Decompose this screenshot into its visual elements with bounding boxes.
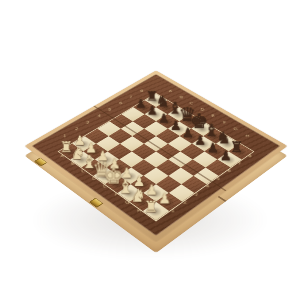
- coordinate-label: 4: [94, 112, 103, 121]
- coordinate-label: E: [205, 113, 220, 118]
- coordinate-label: D: [195, 107, 210, 112]
- coordinate-label: C: [184, 101, 199, 106]
- coordinate-label: H: [239, 133, 255, 139]
- coordinate-label: 8: [137, 87, 145, 95]
- square-b3: [96, 136, 120, 151]
- black-bishop: ♝: [203, 129, 227, 144]
- coordinate-label: 1: [60, 131, 70, 141]
- piece-glyph: ♟: [74, 134, 86, 147]
- coordinate-label: 3: [83, 118, 93, 127]
- piece-glyph: ♜: [230, 140, 243, 155]
- coordinate-label: 6: [116, 99, 125, 108]
- coordinate-label: 1: [168, 205, 178, 217]
- piece-shadow: [121, 170, 140, 183]
- piece-shadow: [84, 162, 103, 175]
- coordinate-label: A: [163, 89, 177, 94]
- coordinate-label: 5: [105, 105, 114, 114]
- piece-glyph: ♟: [120, 166, 132, 180]
- piece-glyph: ♟: [85, 141, 97, 154]
- chess-set-product-photo: ABCDEFGH ABCDEFGH 87654321 87654321 ♜♞♝♛…: [0, 0, 300, 300]
- piece-shadow: [145, 204, 165, 218]
- piece-glyph: ♜: [60, 140, 73, 155]
- coordinate-label: 2: [71, 125, 81, 135]
- piece-shadow: [109, 162, 128, 175]
- piece-shadow: [108, 178, 127, 191]
- piece-shadow: [74, 138, 92, 150]
- piece-shadow: [193, 123, 211, 134]
- piece-shadow: [97, 154, 116, 166]
- coordinate-label: B: [174, 95, 189, 100]
- coordinate-label: F: [216, 120, 232, 125]
- piece-glyph: ♜: [146, 90, 158, 104]
- black-knight: ♞: [216, 136, 240, 151]
- piece-glyph: ♟: [135, 98, 146, 110]
- coordinate-label: G: [228, 126, 244, 132]
- coordinate-label: 7: [127, 93, 136, 102]
- square-f8: ♝: [203, 129, 227, 144]
- square-g8: ♞: [216, 136, 240, 151]
